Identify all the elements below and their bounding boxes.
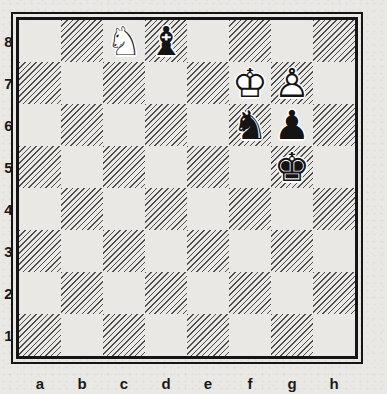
square-a4 <box>19 188 61 230</box>
square-d7 <box>145 62 187 104</box>
square-h4 <box>313 188 355 230</box>
square-d3 <box>145 230 187 272</box>
square-g3 <box>271 230 313 272</box>
square-h6 <box>313 104 355 146</box>
square-a5 <box>19 146 61 188</box>
file-label-b: b <box>61 373 103 393</box>
square-e2 <box>187 272 229 314</box>
chess-diagram-page: 87654321 ♞♘♝♝♚♔♟♙♞♞♟♟♚♚ abcdefgh <box>0 0 387 394</box>
square-f5 <box>229 146 271 188</box>
square-b2 <box>61 272 103 314</box>
square-d8: ♝♝ <box>145 20 187 62</box>
piece-glyph: ♙ <box>271 62 313 104</box>
square-e3 <box>187 230 229 272</box>
square-c1 <box>103 314 145 356</box>
square-a2 <box>19 272 61 314</box>
piece-glyph: ♚ <box>271 146 313 188</box>
square-f2 <box>229 272 271 314</box>
white-king-f7: ♚♔ <box>229 62 271 104</box>
square-b4 <box>61 188 103 230</box>
file-label-d: d <box>145 373 187 393</box>
black-bishop-d8: ♝♝ <box>145 20 187 62</box>
file-label-e: e <box>187 373 229 393</box>
file-label-c: c <box>103 373 145 393</box>
square-f3 <box>229 230 271 272</box>
square-e4 <box>187 188 229 230</box>
square-e8 <box>187 20 229 62</box>
square-b7 <box>61 62 103 104</box>
board-inner-border: ♞♘♝♝♚♔♟♙♞♞♟♟♚♚ <box>16 17 358 359</box>
square-c7 <box>103 62 145 104</box>
square-b6 <box>61 104 103 146</box>
piece-glyph: ♝ <box>145 20 187 62</box>
square-c3 <box>103 230 145 272</box>
square-d1 <box>145 314 187 356</box>
square-f1 <box>229 314 271 356</box>
piece-glyph: ♔ <box>229 62 271 104</box>
square-f6: ♞♞ <box>229 104 271 146</box>
square-d5 <box>145 146 187 188</box>
square-h5 <box>313 146 355 188</box>
white-knight-c8: ♞♘ <box>103 20 145 62</box>
board-grid: ♞♘♝♝♚♔♟♙♞♞♟♟♚♚ <box>19 20 355 356</box>
file-label-f: f <box>229 373 271 393</box>
square-b8 <box>61 20 103 62</box>
black-king-g5: ♚♚ <box>271 146 313 188</box>
piece-glyph: ♟ <box>271 104 313 146</box>
white-pawn-g7: ♟♙ <box>271 62 313 104</box>
square-c8: ♞♘ <box>103 20 145 62</box>
square-b1 <box>61 314 103 356</box>
square-g8 <box>271 20 313 62</box>
square-b3 <box>61 230 103 272</box>
square-e5 <box>187 146 229 188</box>
square-d4 <box>145 188 187 230</box>
square-f7: ♚♔ <box>229 62 271 104</box>
square-h7 <box>313 62 355 104</box>
square-a1 <box>19 314 61 356</box>
piece-glyph: ♘ <box>103 20 145 62</box>
square-g2 <box>271 272 313 314</box>
square-h3 <box>313 230 355 272</box>
square-f8 <box>229 20 271 62</box>
square-h1 <box>313 314 355 356</box>
square-f4 <box>229 188 271 230</box>
square-g5: ♚♚ <box>271 146 313 188</box>
square-a3 <box>19 230 61 272</box>
square-c4 <box>103 188 145 230</box>
square-e6 <box>187 104 229 146</box>
black-pawn-g6: ♟♟ <box>271 104 313 146</box>
square-c5 <box>103 146 145 188</box>
square-a8 <box>19 20 61 62</box>
square-c2 <box>103 272 145 314</box>
file-label-a: a <box>19 373 61 393</box>
file-label-g: g <box>271 373 313 393</box>
file-label-h: h <box>313 373 355 393</box>
square-a6 <box>19 104 61 146</box>
black-knight-f6: ♞♞ <box>229 104 271 146</box>
square-g7: ♟♙ <box>271 62 313 104</box>
square-d6 <box>145 104 187 146</box>
square-e1 <box>187 314 229 356</box>
piece-glyph: ♞ <box>229 104 271 146</box>
file-labels: abcdefgh <box>19 373 355 393</box>
square-d2 <box>145 272 187 314</box>
square-c6 <box>103 104 145 146</box>
square-g4 <box>271 188 313 230</box>
square-h2 <box>313 272 355 314</box>
board-frame: ♞♘♝♝♚♔♟♙♞♞♟♟♚♚ <box>11 12 363 364</box>
square-b5 <box>61 146 103 188</box>
square-a7 <box>19 62 61 104</box>
square-h8 <box>313 20 355 62</box>
square-g6: ♟♟ <box>271 104 313 146</box>
square-g1 <box>271 314 313 356</box>
square-e7 <box>187 62 229 104</box>
